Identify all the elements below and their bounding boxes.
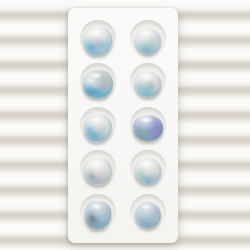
tray-well [80,63,116,99]
pearl-tray [68,8,178,243]
tray-slot-row4-left [73,147,123,191]
tray-well [130,150,166,186]
pearl-product-photo [0,0,250,250]
pearl-row2-left [83,70,113,98]
tray-well [130,107,166,143]
tray-well [130,20,166,56]
tray-well [80,107,116,143]
pearl-highlight [141,204,152,211]
pearl-row3-left [84,114,112,141]
pearl-highlight [91,160,103,167]
tray-well [80,150,116,186]
tray-well [80,20,116,56]
tray-slot-row1-left [73,16,123,60]
pearl-row1-left [84,27,113,55]
tray-slot-row5-right [123,190,173,234]
pearl-highlight [140,117,153,124]
pearl-row5-left [85,201,112,229]
tray-slot-row3-right [123,103,173,147]
pearl-highlight [90,72,103,79]
pearl-highlight [91,116,103,123]
tray-slot-row3-left [73,103,123,147]
pearl-highlight [91,203,102,210]
pearl-row3-right [133,115,163,141]
pearl-highlight [141,73,152,80]
pearl-highlight [141,160,152,167]
pearl-row2-right [135,71,162,97]
pearl-row5-right [135,202,161,228]
tray-well [80,194,116,230]
tray-slot-row2-left [73,60,123,104]
tray-slot-row1-right [123,16,173,60]
pearl-row1-right [135,28,161,54]
pearl-highlight [141,30,152,37]
tray-slot-row5-left [73,190,123,234]
tray-slot-row4-right [123,147,173,191]
pearl-highlight [90,29,102,36]
tray-slot-row2-right [123,60,173,104]
pearl-row4-right [135,158,162,184]
tray-well [130,63,166,99]
pearl-grid [68,8,178,234]
tray-well [130,194,166,230]
pearl-row4-left [84,158,112,185]
